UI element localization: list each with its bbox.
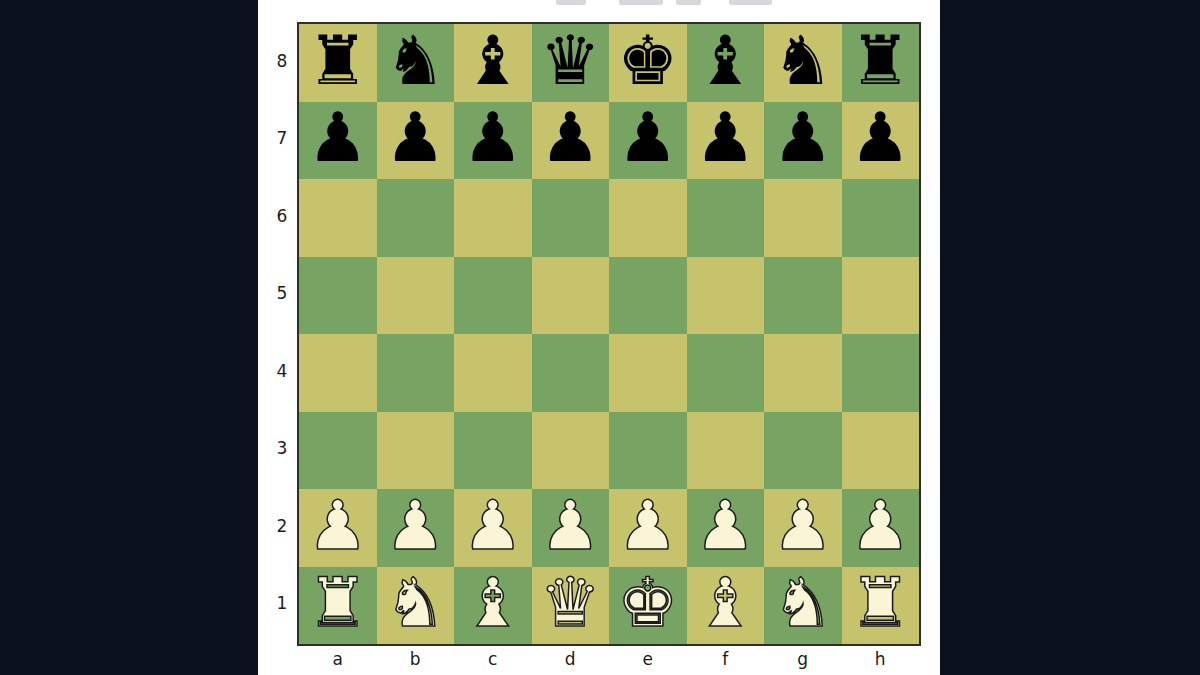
file-label-h: h — [842, 646, 920, 672]
piece-black-pawn-h7[interactable]: ♟ — [850, 104, 911, 172]
square-g4[interactable] — [764, 334, 842, 412]
rank-label-2: 2 — [266, 487, 298, 565]
square-h6[interactable] — [842, 179, 920, 257]
square-b5[interactable] — [377, 257, 455, 335]
file-label-g: g — [764, 646, 842, 672]
square-d8[interactable]: ♛ — [532, 24, 610, 102]
chess-board[interactable]: ♜♞♝♛♚♝♞♜♟♟♟♟♟♟♟♟♟♟♟♟♟♟♟♟♜♞♝♛♚♝♞♜ — [297, 22, 921, 646]
square-f7[interactable]: ♟ — [687, 102, 765, 180]
square-f3[interactable] — [687, 412, 765, 490]
square-h4[interactable] — [842, 334, 920, 412]
piece-white-pawn-b2[interactable]: ♟ — [385, 492, 446, 560]
square-b6[interactable] — [377, 179, 455, 257]
square-b1[interactable]: ♞ — [377, 567, 455, 645]
piece-black-bishop-c8[interactable]: ♝ — [462, 27, 523, 95]
square-d7[interactable]: ♟ — [532, 102, 610, 180]
square-e4[interactable] — [609, 334, 687, 412]
piece-black-knight-b8[interactable]: ♞ — [385, 27, 446, 95]
cropped-ui-fragment — [676, 0, 701, 5]
square-a1[interactable]: ♜ — [299, 567, 377, 645]
piece-black-pawn-g7[interactable]: ♟ — [772, 104, 833, 172]
square-b3[interactable] — [377, 412, 455, 490]
square-a6[interactable] — [299, 179, 377, 257]
piece-white-rook-h1[interactable]: ♜ — [850, 569, 911, 637]
square-g2[interactable]: ♟ — [764, 489, 842, 567]
rank-label-3: 3 — [266, 410, 298, 488]
piece-black-bishop-f8[interactable]: ♝ — [695, 27, 756, 95]
piece-black-pawn-b7[interactable]: ♟ — [385, 104, 446, 172]
square-f8[interactable]: ♝ — [687, 24, 765, 102]
piece-black-king-e8[interactable]: ♚ — [617, 27, 678, 95]
square-h8[interactable]: ♜ — [842, 24, 920, 102]
piece-white-rook-a1[interactable]: ♜ — [307, 569, 368, 637]
piece-white-pawn-e2[interactable]: ♟ — [617, 492, 678, 560]
square-f5[interactable] — [687, 257, 765, 335]
square-d4[interactable] — [532, 334, 610, 412]
piece-white-bishop-c1[interactable]: ♝ — [462, 569, 523, 637]
square-g1[interactable]: ♞ — [764, 567, 842, 645]
square-e5[interactable] — [609, 257, 687, 335]
cropped-ui-fragment — [619, 0, 663, 5]
piece-white-pawn-d2[interactable]: ♟ — [540, 492, 601, 560]
file-label-d: d — [532, 646, 610, 672]
file-label-a: a — [299, 646, 377, 672]
square-e2[interactable]: ♟ — [609, 489, 687, 567]
piece-black-queen-d8[interactable]: ♛ — [540, 27, 601, 95]
square-f4[interactable] — [687, 334, 765, 412]
square-a7[interactable]: ♟ — [299, 102, 377, 180]
square-g6[interactable] — [764, 179, 842, 257]
rank-label-8: 8 — [266, 22, 298, 100]
piece-black-pawn-c7[interactable]: ♟ — [462, 104, 523, 172]
rank-labels: 87654321 — [266, 22, 298, 642]
square-b8[interactable]: ♞ — [377, 24, 455, 102]
square-g8[interactable]: ♞ — [764, 24, 842, 102]
file-label-c: c — [454, 646, 532, 672]
piece-white-queen-d1[interactable]: ♛ — [540, 569, 601, 637]
square-f1[interactable]: ♝ — [687, 567, 765, 645]
square-a2[interactable]: ♟ — [299, 489, 377, 567]
square-c2[interactable]: ♟ — [454, 489, 532, 567]
square-a3[interactable] — [299, 412, 377, 490]
square-h2[interactable]: ♟ — [842, 489, 920, 567]
square-d2[interactable]: ♟ — [532, 489, 610, 567]
file-label-f: f — [687, 646, 765, 672]
cropped-ui-fragment — [729, 0, 772, 5]
file-label-b: b — [377, 646, 455, 672]
cropped-ui-fragment — [556, 0, 586, 5]
piece-black-rook-a8[interactable]: ♜ — [307, 27, 368, 95]
file-labels: abcdefgh — [299, 646, 919, 672]
rank-label-7: 7 — [266, 100, 298, 178]
square-b4[interactable] — [377, 334, 455, 412]
square-e6[interactable] — [609, 179, 687, 257]
square-h1[interactable]: ♜ — [842, 567, 920, 645]
rank-label-1: 1 — [266, 565, 298, 643]
piece-white-pawn-g2[interactable]: ♟ — [772, 492, 833, 560]
square-h3[interactable] — [842, 412, 920, 490]
piece-white-pawn-h2[interactable]: ♟ — [850, 492, 911, 560]
square-e7[interactable]: ♟ — [609, 102, 687, 180]
square-a5[interactable] — [299, 257, 377, 335]
square-d1[interactable]: ♛ — [532, 567, 610, 645]
square-d6[interactable] — [532, 179, 610, 257]
piece-black-pawn-d7[interactable]: ♟ — [540, 104, 601, 172]
piece-black-pawn-e7[interactable]: ♟ — [617, 104, 678, 172]
square-d3[interactable] — [532, 412, 610, 490]
square-e8[interactable]: ♚ — [609, 24, 687, 102]
rank-label-4: 4 — [266, 332, 298, 410]
square-e3[interactable] — [609, 412, 687, 490]
piece-black-rook-h8[interactable]: ♜ — [850, 27, 911, 95]
rank-label-5: 5 — [266, 255, 298, 333]
square-a4[interactable] — [299, 334, 377, 412]
square-f6[interactable] — [687, 179, 765, 257]
square-c6[interactable] — [454, 179, 532, 257]
square-c4[interactable] — [454, 334, 532, 412]
piece-white-king-e1[interactable]: ♚ — [617, 569, 678, 637]
piece-white-knight-g1[interactable]: ♞ — [772, 569, 833, 637]
piece-black-knight-g8[interactable]: ♞ — [772, 27, 833, 95]
square-c5[interactable] — [454, 257, 532, 335]
square-c7[interactable]: ♟ — [454, 102, 532, 180]
piece-black-pawn-f7[interactable]: ♟ — [695, 104, 756, 172]
square-h7[interactable]: ♟ — [842, 102, 920, 180]
square-g3[interactable] — [764, 412, 842, 490]
square-b2[interactable]: ♟ — [377, 489, 455, 567]
square-c1[interactable]: ♝ — [454, 567, 532, 645]
page-background: 87654321 ♜♞♝♛♚♝♞♜♟♟♟♟♟♟♟♟♟♟♟♟♟♟♟♟♜♞♝♛♚♝♞… — [0, 0, 1200, 675]
piece-black-pawn-a7[interactable]: ♟ — [307, 104, 368, 172]
square-g5[interactable] — [764, 257, 842, 335]
piece-white-pawn-c2[interactable]: ♟ — [462, 492, 523, 560]
square-e1[interactable]: ♚ — [609, 567, 687, 645]
square-c3[interactable] — [454, 412, 532, 490]
rank-label-6: 6 — [266, 177, 298, 255]
piece-white-knight-b1[interactable]: ♞ — [385, 569, 446, 637]
square-d5[interactable] — [532, 257, 610, 335]
square-f2[interactable]: ♟ — [687, 489, 765, 567]
square-g7[interactable]: ♟ — [764, 102, 842, 180]
square-a8[interactable]: ♜ — [299, 24, 377, 102]
file-label-e: e — [609, 646, 687, 672]
square-h5[interactable] — [842, 257, 920, 335]
piece-white-bishop-f1[interactable]: ♝ — [695, 569, 756, 637]
square-b7[interactable]: ♟ — [377, 102, 455, 180]
square-c8[interactable]: ♝ — [454, 24, 532, 102]
piece-white-pawn-f2[interactable]: ♟ — [695, 492, 756, 560]
piece-white-pawn-a2[interactable]: ♟ — [307, 492, 368, 560]
